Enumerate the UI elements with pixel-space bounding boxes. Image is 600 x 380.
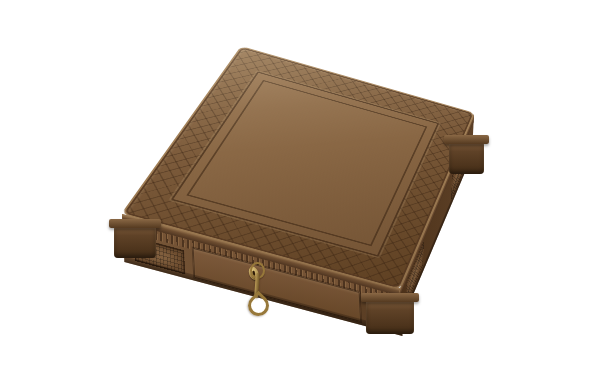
photo-stage <box>0 0 600 380</box>
key-heart-bow <box>244 291 274 321</box>
drawer-key-icon <box>246 262 270 316</box>
pieces-layer <box>0 0 600 380</box>
